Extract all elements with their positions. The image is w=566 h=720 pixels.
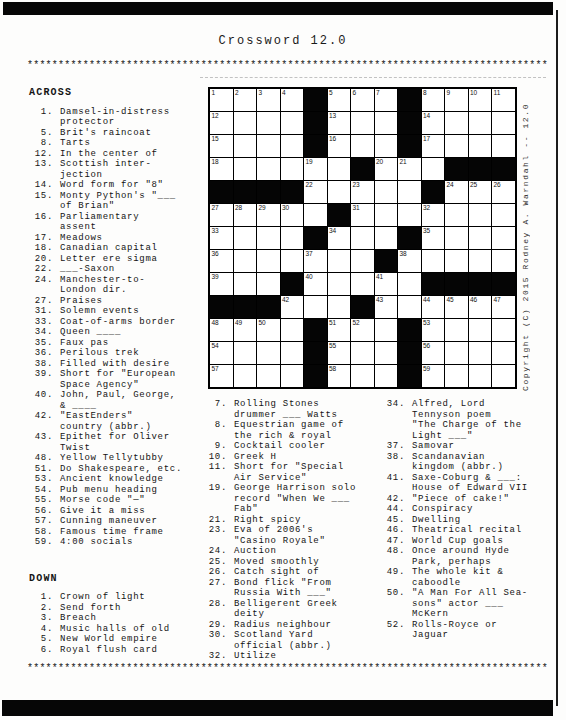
grid-cell-r1c2[interactable]: 2	[234, 89, 257, 111]
grid-cell-r12c11[interactable]	[445, 342, 468, 364]
across-clue-16: 16.Parliamentary assent	[29, 212, 207, 233]
grid-cell-r1c6[interactable]: 5	[328, 89, 351, 111]
block-cell	[422, 273, 445, 295]
across-clue-15: 15.Monty Python's "___ of Brian"	[29, 191, 207, 212]
clue-number: 38.	[29, 359, 53, 370]
down-clue-10: 10.Greek H	[207, 452, 381, 463]
grid-cell-r5c12[interactable]: 25	[469, 181, 492, 203]
across-clue-27: 27.Praises	[29, 296, 207, 307]
grid-cell-r3c8[interactable]	[375, 135, 398, 157]
grid-cell-r10c9[interactable]	[398, 296, 421, 318]
cell-number: 3	[259, 89, 263, 97]
grid-cell-r6c9[interactable]	[398, 204, 421, 226]
cell-number: 26	[494, 181, 501, 189]
clue-number: 2.	[29, 603, 53, 614]
down-clue-28: 28.Belligerent Greek deity	[207, 599, 381, 620]
clue-number: 55.	[29, 495, 53, 506]
cell-number: 49	[235, 319, 242, 327]
block-cell	[422, 181, 445, 203]
cell-number: 42	[282, 296, 289, 304]
grid-cell-r2c13[interactable]	[492, 112, 515, 134]
cell-number: 40	[306, 273, 313, 281]
clue-text: Letter ere sigma	[60, 254, 158, 265]
clue-number: 30.	[207, 630, 227, 641]
block-cell	[257, 181, 280, 203]
clue-number: 46.	[381, 525, 405, 536]
grid-cell-r7c4[interactable]	[281, 227, 304, 249]
grid-cell-r4c5[interactable]: 19	[304, 158, 327, 180]
clue-text: Monty Python's "___ of Brian"	[60, 191, 176, 212]
clue-text: Faux pas	[60, 338, 109, 349]
grid-cell-r11c11[interactable]	[445, 319, 468, 341]
grid-cell-r8c13[interactable]	[492, 250, 515, 272]
grid-cell-r2c12[interactable]	[469, 112, 492, 134]
grid-cell-r6c13[interactable]	[492, 204, 515, 226]
down-heading: DOWN	[29, 574, 207, 585]
grid-cell-r6c5[interactable]	[304, 204, 327, 226]
grid-cell-r12c8[interactable]	[375, 342, 398, 364]
grid-cell-r5c13[interactable]: 26	[492, 181, 515, 203]
grid-cell-r11c2[interactable]: 49	[234, 319, 257, 341]
down-clue-6: 6.Royal flush card	[29, 645, 207, 656]
clue-text: Auction	[234, 546, 277, 557]
grid-cell-r13c2[interactable]	[234, 365, 257, 387]
clue-number: 45.	[381, 515, 405, 526]
down-clue-41: 41.Saxe-Coburg & ___: House of Edward VI…	[381, 473, 556, 494]
block-cell	[445, 273, 468, 295]
clue-text: Solemn events	[60, 306, 139, 317]
clue-text: Rolling Stones drummer ___ Watts	[234, 399, 338, 420]
clue-number: 26.	[207, 567, 227, 578]
grid-cell-r2c11[interactable]	[445, 112, 468, 134]
grid-cell-r11c10[interactable]: 53	[422, 319, 445, 341]
cell-number: 37	[306, 250, 313, 258]
cell-number: 2	[235, 89, 239, 97]
clue-text: Praises	[60, 296, 103, 307]
clue-number: 19.	[207, 483, 227, 494]
grid-cell-r4c3[interactable]	[257, 158, 280, 180]
cell-number: 14	[423, 112, 430, 120]
grid-cell-r8c11[interactable]	[445, 250, 468, 272]
grid-cell-r8c5[interactable]: 37	[304, 250, 327, 272]
scan-artifact-right-line	[556, 10, 558, 706]
grid-cell-r3c10[interactable]: 17	[422, 135, 445, 157]
block-cell	[210, 181, 233, 203]
clue-number: 10.	[207, 452, 227, 463]
left-clue-column: ACROSS 1.Damsel-in-distress protector5.B…	[29, 88, 207, 655]
clue-number: 36.	[29, 348, 53, 359]
grid-cell-r12c3[interactable]	[257, 342, 280, 364]
clue-number: 34.	[29, 327, 53, 338]
clue-text: Give it a miss	[60, 506, 145, 517]
grid-cell-r4c9[interactable]: 21	[398, 158, 421, 180]
cell-number: 20	[376, 158, 383, 166]
clue-number: 48.	[29, 453, 53, 464]
clue-number: 32.	[207, 651, 227, 662]
grid-cell-r8c2[interactable]	[234, 250, 257, 272]
block-cell	[398, 135, 421, 157]
grid-cell-r10c8[interactable]: 43	[375, 296, 398, 318]
clue-text: 4:00 socials	[60, 537, 133, 548]
clue-text: Meadows	[60, 233, 103, 244]
cell-number: 24	[447, 181, 454, 189]
cell-number: 33	[212, 227, 219, 235]
grid-cell-r10c10[interactable]: 44	[422, 296, 445, 318]
down-clue-38: 38.Scandanavian kingdom (abbr.)	[381, 452, 556, 473]
grid-cell-r7c2[interactable]	[234, 227, 257, 249]
clue-number: 14.	[29, 180, 53, 191]
grid-cell-r7c3[interactable]	[257, 227, 280, 249]
clue-number: 54.	[29, 485, 53, 496]
grid-cell-r13c4[interactable]	[281, 365, 304, 387]
grid-cell-r1c1[interactable]: 1	[210, 89, 233, 111]
grid-cell-r13c10[interactable]: 59	[422, 365, 445, 387]
grid-cell-r1c4[interactable]: 4	[281, 89, 304, 111]
grid-cell-r6c11[interactable]	[445, 204, 468, 226]
clue-text: Eva of 2006's "Casino Royale"	[234, 525, 326, 546]
across-clue-12: 12.In the center of	[29, 149, 207, 160]
clue-number: 51.	[29, 464, 53, 475]
grid-cell-r10c4[interactable]: 42	[281, 296, 304, 318]
clue-text: Royal flush card	[60, 645, 158, 656]
grid-cell-r1c7[interactable]: 6	[351, 89, 374, 111]
clue-number: 42.	[29, 411, 53, 422]
grid-cell-r11c13[interactable]	[492, 319, 515, 341]
grid-cell-r8c7[interactable]	[351, 250, 374, 272]
grid-cell-r7c11[interactable]	[445, 227, 468, 249]
clue-text: Tarts	[60, 138, 91, 149]
clue-number: 7.	[207, 399, 227, 410]
down-clue-37: 37.Samovar	[381, 441, 556, 452]
grid-cell-r8c1[interactable]: 36	[210, 250, 233, 272]
clue-text: Send forth	[60, 603, 121, 614]
block-cell	[351, 296, 374, 318]
grid-cell-r1c13[interactable]: 11	[492, 89, 515, 111]
grid-cell-r12c10[interactable]: 56	[422, 342, 445, 364]
clue-text: Parliamentary assent	[60, 212, 139, 233]
across-clue-8: 8.Tarts	[29, 138, 207, 149]
across-clue-31: 31.Solemn events	[29, 306, 207, 317]
cell-number: 19	[306, 158, 313, 166]
down-clue-45: 45.Dwelling	[381, 515, 556, 526]
block-cell	[210, 296, 233, 318]
cell-number: 8	[423, 89, 427, 97]
grid-cell-r9c7[interactable]	[351, 273, 374, 295]
clue-number: 24.	[207, 546, 227, 557]
clue-text: Canadian capital	[60, 243, 158, 254]
clue-text: Greek H	[234, 452, 277, 463]
down-clue-48: 48.Once around Hyde Park, perhaps	[381, 546, 556, 567]
clue-text: George Harrison solo record "When We ___…	[234, 483, 356, 515]
across-clue-58: 58.Famous time frame	[29, 527, 207, 538]
grid-cell-r5c8[interactable]	[375, 181, 398, 203]
across-clue-53: 53.Ancient knowledge	[29, 474, 207, 485]
grid-cell-r8c6[interactable]	[328, 250, 351, 272]
cell-number: 48	[212, 319, 219, 327]
clue-number: 20.	[29, 254, 53, 265]
clue-number: 56.	[29, 506, 53, 517]
grid-cell-r12c13[interactable]	[492, 342, 515, 364]
clue-text: The whole kit & caboodle	[412, 567, 504, 588]
block-cell	[375, 250, 398, 272]
grid-cell-r11c8[interactable]	[375, 319, 398, 341]
down-clue-19: 19.George Harrison solo record "When We …	[207, 483, 381, 515]
grid-cell-r1c10[interactable]: 8	[422, 89, 445, 111]
grid-cell-r10c13[interactable]: 47	[492, 296, 515, 318]
grid-cell-r3c2[interactable]	[234, 135, 257, 157]
across-clue-20: 20.Letter ere sigma	[29, 254, 207, 265]
grid-cell-r13c12[interactable]	[469, 365, 492, 387]
down-clue-34: 34.Alfred, Lord Tennyson poem "The Charg…	[381, 399, 556, 441]
grid-cell-r7c1[interactable]: 33	[210, 227, 233, 249]
grid-cell-r10c6[interactable]	[328, 296, 351, 318]
separator-bottom: ****************************************…	[27, 663, 547, 674]
grid-cell-r3c3[interactable]	[257, 135, 280, 157]
clue-number: 42.	[381, 494, 405, 505]
cell-number: 18	[212, 158, 219, 166]
grid-cell-r4c6[interactable]	[328, 158, 351, 180]
cell-number: 51	[329, 319, 336, 327]
grid-cell-r6c4[interactable]: 30	[281, 204, 304, 226]
across-clue-57: 57.Cunning maneuver	[29, 516, 207, 527]
cell-number: 43	[376, 296, 383, 304]
clue-text: Filled with desire	[60, 359, 170, 370]
cell-number: 22	[306, 181, 313, 189]
grid-cell-r5c7[interactable]: 23	[351, 181, 374, 203]
grid-cell-r11c4[interactable]	[281, 319, 304, 341]
separator-top: ****************************************…	[27, 60, 547, 71]
clue-text: Coat-of-arms border	[60, 317, 176, 328]
grid-cell-r9c9[interactable]	[398, 273, 421, 295]
grid-cell-r4c10[interactable]	[422, 158, 445, 180]
grid-cell-r10c11[interactable]: 45	[445, 296, 468, 318]
grid-cell-r11c3[interactable]: 50	[257, 319, 280, 341]
grid-cell-r3c4[interactable]	[281, 135, 304, 157]
clue-number: 15.	[29, 191, 53, 202]
across-clue-36: 36.Perilous trek	[29, 348, 207, 359]
grid-cell-r6c12[interactable]	[469, 204, 492, 226]
clue-number: 37.	[381, 441, 405, 452]
across-heading: ACROSS	[29, 88, 207, 99]
block-cell	[304, 89, 327, 111]
down-clue-52: 52.Rolls-Royce or Jaguar	[381, 620, 556, 641]
grid-cell-r4c2[interactable]	[234, 158, 257, 180]
across-clue-33: 33.Coat-of-arms border	[29, 317, 207, 328]
clue-text: Utilize	[234, 651, 277, 662]
grid-cell-r4c1[interactable]: 18	[210, 158, 233, 180]
cell-number: 17	[423, 135, 430, 143]
grid-cell-r11c1[interactable]: 48	[210, 319, 233, 341]
grid-cell-r12c4[interactable]	[281, 342, 304, 364]
down-clues-list-1: 1.Crown of light2.Send forth3.Breach4.Mu…	[29, 592, 207, 655]
grid-cell-r5c6[interactable]	[328, 181, 351, 203]
block-cell	[304, 342, 327, 364]
down-clue-21: 21.Right spicy	[207, 515, 381, 526]
grid-cell-r2c8[interactable]	[375, 112, 398, 134]
grid-cell-r5c5[interactable]: 22	[304, 181, 327, 203]
grid-cell-r6c2[interactable]: 28	[234, 204, 257, 226]
grid-cell-r13c8[interactable]	[375, 365, 398, 387]
grid-cell-r2c4[interactable]	[281, 112, 304, 134]
clue-number: 25.	[207, 557, 227, 568]
grid-cell-r9c2[interactable]	[234, 273, 257, 295]
cell-number: 47	[494, 296, 501, 304]
clue-text: ___-Saxon	[60, 264, 115, 275]
cell-number: 25	[470, 181, 477, 189]
clue-text: Theatrical recital	[412, 525, 522, 536]
cell-number: 15	[212, 135, 219, 143]
block-cell	[304, 319, 327, 341]
cell-number: 44	[423, 296, 430, 304]
clue-number: 38.	[381, 452, 405, 463]
grid-cell-r7c12[interactable]	[469, 227, 492, 249]
cell-number: 39	[212, 273, 219, 281]
cell-number: 52	[353, 319, 360, 327]
down-clue-9: 9.Cocktail cooler	[207, 441, 381, 452]
grid-cell-r9c5[interactable]: 40	[304, 273, 327, 295]
grid-cell-r11c7[interactable]: 52	[351, 319, 374, 341]
block-cell	[398, 342, 421, 364]
grid-cell-r3c13[interactable]	[492, 135, 515, 157]
clue-number: 50.	[381, 588, 405, 599]
clue-number: 41.	[381, 473, 405, 484]
clue-number: 33.	[29, 317, 53, 328]
copyright-text: Copyright (C) 2015 Rodney A. Warndahl --…	[521, 87, 535, 391]
grid-cell-r13c7[interactable]	[351, 365, 374, 387]
grid-cell-r13c3[interactable]	[257, 365, 280, 387]
down-clue-26: 26.Catch sight of	[207, 567, 381, 578]
grid-cell-r2c10[interactable]: 14	[422, 112, 445, 134]
down-clue-49: 49.The whole kit & caboodle	[381, 567, 556, 588]
grid-cell-r10c12[interactable]: 46	[469, 296, 492, 318]
grid-cell-r3c6[interactable]: 16	[328, 135, 351, 157]
grid-cell-r2c7[interactable]	[351, 112, 374, 134]
clue-number: 31.	[29, 306, 53, 317]
grid-cell-r13c1[interactable]: 57	[210, 365, 233, 387]
grid-cell-r9c6[interactable]	[328, 273, 351, 295]
grid-cell-r9c3[interactable]	[257, 273, 280, 295]
grid-cell-r10c5[interactable]	[304, 296, 327, 318]
grid-cell-r3c12[interactable]	[469, 135, 492, 157]
grid-cell-r5c11[interactable]: 24	[445, 181, 468, 203]
across-clue-42: 42."EastEnders" country (abbr.)	[29, 411, 207, 432]
grid-cell-r1c8[interactable]: 7	[375, 89, 398, 111]
grid-cell-r2c1[interactable]: 12	[210, 112, 233, 134]
grid-cell-r11c12[interactable]	[469, 319, 492, 341]
grid-cell-r8c12[interactable]	[469, 250, 492, 272]
grid-cell-r12c1[interactable]: 54	[210, 342, 233, 364]
grid-cell-r1c3[interactable]: 3	[257, 89, 280, 111]
cell-number: 1	[212, 89, 216, 97]
clue-number: 57.	[29, 516, 53, 527]
grid-cell-r3c1[interactable]: 15	[210, 135, 233, 157]
clue-number: 1.	[29, 592, 53, 603]
block-cell	[304, 112, 327, 134]
grid-cell-r6c8[interactable]	[375, 204, 398, 226]
grid-cell-r6c7[interactable]: 31	[351, 204, 374, 226]
down-clue-24: 24.Auction	[207, 546, 381, 557]
cell-number: 53	[423, 319, 430, 327]
cell-number: 21	[400, 158, 407, 166]
clue-text: Saxe-Coburg & ___: House of Edward VII	[412, 473, 528, 494]
clue-text: Morse code "—"	[60, 495, 145, 506]
cell-number: 54	[212, 342, 219, 350]
grid-cell-r1c11[interactable]: 9	[445, 89, 468, 111]
clue-number: 52.	[381, 620, 405, 631]
grid-cell-r3c7[interactable]	[351, 135, 374, 157]
grid-cell-r11c6[interactable]: 51	[328, 319, 351, 341]
grid-cell-r6c1[interactable]: 27	[210, 204, 233, 226]
grid-cell-r6c10[interactable]: 32	[422, 204, 445, 226]
grid-cell-r2c3[interactable]	[257, 112, 280, 134]
grid-cell-r13c13[interactable]	[492, 365, 515, 387]
clue-text: Scottish inter- jection	[60, 159, 152, 180]
grid-cell-r9c1[interactable]: 39	[210, 273, 233, 295]
grid-cell-r7c10[interactable]: 35	[422, 227, 445, 249]
grid-cell-r7c8[interactable]	[375, 227, 398, 249]
block-cell	[398, 227, 421, 249]
across-clue-5: 5.Brit's raincoat	[29, 128, 207, 139]
grid-cell-r2c6[interactable]: 13	[328, 112, 351, 134]
clue-text: Yellow Tellytubby	[60, 453, 164, 464]
grid-cell-r7c7[interactable]	[351, 227, 374, 249]
grid-cell-r8c3[interactable]	[257, 250, 280, 272]
across-clue-40: 40.John, Paul, George, & ____	[29, 390, 207, 411]
cell-number: 7	[376, 89, 380, 97]
across-clue-55: 55.Morse code "—"	[29, 495, 207, 506]
grid-cell-r8c4[interactable]	[281, 250, 304, 272]
grid-cell-r12c12[interactable]	[469, 342, 492, 364]
grid-cell-r12c2[interactable]	[234, 342, 257, 364]
clue-text: Catch sight of	[234, 567, 319, 578]
grid-cell-r2c2[interactable]	[234, 112, 257, 134]
clue-text: Scandanavian kingdom (abbr.)	[412, 452, 504, 473]
grid-cell-r13c11[interactable]	[445, 365, 468, 387]
block-cell	[445, 158, 468, 180]
cell-number: 57	[212, 365, 219, 373]
grid-cell-r3c11[interactable]	[445, 135, 468, 157]
clue-text: World Cup goals	[412, 536, 504, 547]
grid-cell-r7c13[interactable]	[492, 227, 515, 249]
block-cell	[351, 158, 374, 180]
grid-cell-r8c9[interactable]: 38	[398, 250, 421, 272]
grid-cell-r13c6[interactable]: 58	[328, 365, 351, 387]
clue-number: 5.	[29, 128, 53, 139]
grid-cell-r6c3[interactable]: 29	[257, 204, 280, 226]
grid-cell-r4c4[interactable]	[281, 158, 304, 180]
grid-cell-r12c7[interactable]	[351, 342, 374, 364]
block-cell	[492, 158, 515, 180]
clue-text: Radius neighbour	[234, 620, 332, 631]
cell-number: 13	[329, 112, 336, 120]
grid-cell-r5c9[interactable]	[398, 181, 421, 203]
grid-cell-r9c8[interactable]: 41	[375, 273, 398, 295]
clue-text: Scotland Yard official (abbr.)	[234, 630, 332, 651]
down-clue-44: 44.Conspiracy	[381, 504, 556, 515]
grid-cell-r8c10[interactable]	[422, 250, 445, 272]
clue-number: 6.	[29, 645, 53, 656]
clue-number: 43.	[29, 432, 53, 443]
cell-number: 46	[470, 296, 477, 304]
across-clue-14: 14.Word form for "8"	[29, 180, 207, 191]
clue-number: 11.	[207, 462, 227, 473]
clue-text: Cunning maneuver	[60, 516, 158, 527]
grid-cell-r12c6[interactable]: 55	[328, 342, 351, 364]
grid-cell-r1c12[interactable]: 10	[469, 89, 492, 111]
grid-cell-r7c6[interactable]: 34	[328, 227, 351, 249]
grid-cell-r4c8[interactable]: 20	[375, 158, 398, 180]
clue-number: 29.	[207, 620, 227, 631]
